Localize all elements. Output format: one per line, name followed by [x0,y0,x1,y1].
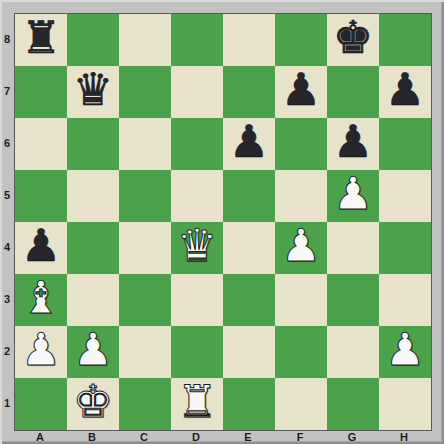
square-d2[interactable] [171,326,223,378]
white-pawn-icon[interactable]: ♟ [333,170,373,220]
square-c2[interactable] [119,326,171,378]
square-g7[interactable] [327,66,379,118]
square-e1[interactable] [223,378,275,430]
square-c6[interactable] [119,118,171,170]
square-f2[interactable] [275,326,327,378]
square-c4[interactable] [119,222,171,274]
square-e6[interactable]: ♟ [223,118,275,170]
white-queen-icon[interactable]: ♛ [177,222,217,272]
square-b7[interactable]: ♛ [67,66,119,118]
black-queen-icon[interactable]: ♛ [73,66,113,116]
square-b6[interactable] [67,118,119,170]
file-label-a: A [14,429,66,444]
square-c8[interactable] [119,14,171,66]
square-a8[interactable]: ♜ [15,14,67,66]
square-b5[interactable] [67,170,119,222]
white-pawn-icon[interactable]: ♟ [281,222,321,272]
rank-label-6: 6 [0,117,14,169]
file-label-g: G [326,429,378,444]
square-a1[interactable] [15,378,67,430]
rank-label-8: 8 [0,13,14,65]
file-label-h: H [378,429,430,444]
square-f1[interactable] [275,378,327,430]
square-e8[interactable] [223,14,275,66]
square-g8[interactable]: ♚ [327,14,379,66]
square-a3[interactable]: ♝ [15,274,67,326]
white-king-icon[interactable]: ♚ [73,378,113,428]
file-label-f: F [274,429,326,444]
square-b2[interactable]: ♟ [67,326,119,378]
file-label-b: B [66,429,118,444]
square-g3[interactable] [327,274,379,326]
square-f5[interactable] [275,170,327,222]
square-h1[interactable] [379,378,431,430]
square-g1[interactable] [327,378,379,430]
black-pawn-icon[interactable]: ♟ [229,118,269,168]
square-e7[interactable] [223,66,275,118]
square-d8[interactable] [171,14,223,66]
square-h8[interactable] [379,14,431,66]
rank-label-4: 4 [0,221,14,273]
file-label-c: C [118,429,170,444]
rank-label-5: 5 [0,169,14,221]
file-labels: ABCDEFGH [14,429,430,444]
file-label-e: E [222,429,274,444]
square-h6[interactable] [379,118,431,170]
square-d7[interactable] [171,66,223,118]
square-a7[interactable] [15,66,67,118]
rank-label-1: 1 [0,377,14,429]
chessboard[interactable]: ♜♚♛♟♟♟♟♟♟♛♟♝♟♟♟♚♜ [14,13,432,431]
square-c5[interactable] [119,170,171,222]
square-f8[interactable] [275,14,327,66]
square-e3[interactable] [223,274,275,326]
square-d3[interactable] [171,274,223,326]
square-g5[interactable]: ♟ [327,170,379,222]
square-a4[interactable]: ♟ [15,222,67,274]
square-h5[interactable] [379,170,431,222]
square-g2[interactable] [327,326,379,378]
square-b1[interactable]: ♚ [67,378,119,430]
square-e5[interactable] [223,170,275,222]
square-h2[interactable]: ♟ [379,326,431,378]
rank-label-3: 3 [0,273,14,325]
square-e2[interactable] [223,326,275,378]
square-b8[interactable] [67,14,119,66]
rank-label-2: 2 [0,325,14,377]
black-king-icon[interactable]: ♚ [333,14,373,64]
square-a5[interactable] [15,170,67,222]
rank-label-7: 7 [0,65,14,117]
rank-labels: 87654321 [0,13,14,429]
square-d6[interactable] [171,118,223,170]
square-b3[interactable] [67,274,119,326]
white-bishop-icon[interactable]: ♝ [21,274,61,324]
white-rook-icon[interactable]: ♜ [177,378,217,428]
square-f4[interactable]: ♟ [275,222,327,274]
white-pawn-icon[interactable]: ♟ [21,326,61,376]
square-h4[interactable] [379,222,431,274]
square-f7[interactable]: ♟ [275,66,327,118]
black-pawn-icon[interactable]: ♟ [333,118,373,168]
square-g4[interactable] [327,222,379,274]
square-d1[interactable]: ♜ [171,378,223,430]
white-pawn-icon[interactable]: ♟ [385,326,425,376]
square-e4[interactable] [223,222,275,274]
square-b4[interactable] [67,222,119,274]
square-h3[interactable] [379,274,431,326]
white-pawn-icon[interactable]: ♟ [73,326,113,376]
square-d5[interactable] [171,170,223,222]
square-f3[interactable] [275,274,327,326]
black-rook-icon[interactable]: ♜ [21,14,61,64]
square-g6[interactable]: ♟ [327,118,379,170]
square-c3[interactable] [119,274,171,326]
square-h7[interactable]: ♟ [379,66,431,118]
square-c7[interactable] [119,66,171,118]
square-a2[interactable]: ♟ [15,326,67,378]
square-d4[interactable]: ♛ [171,222,223,274]
black-pawn-icon[interactable]: ♟ [21,222,61,272]
black-pawn-icon[interactable]: ♟ [281,66,321,116]
square-a6[interactable] [15,118,67,170]
file-label-d: D [170,429,222,444]
square-c1[interactable] [119,378,171,430]
chessboard-frame: 87654321 ♜♚♛♟♟♟♟♟♟♛♟♝♟♟♟♚♜ ABCDEFGH [0,0,444,444]
square-f6[interactable] [275,118,327,170]
black-pawn-icon[interactable]: ♟ [385,66,425,116]
